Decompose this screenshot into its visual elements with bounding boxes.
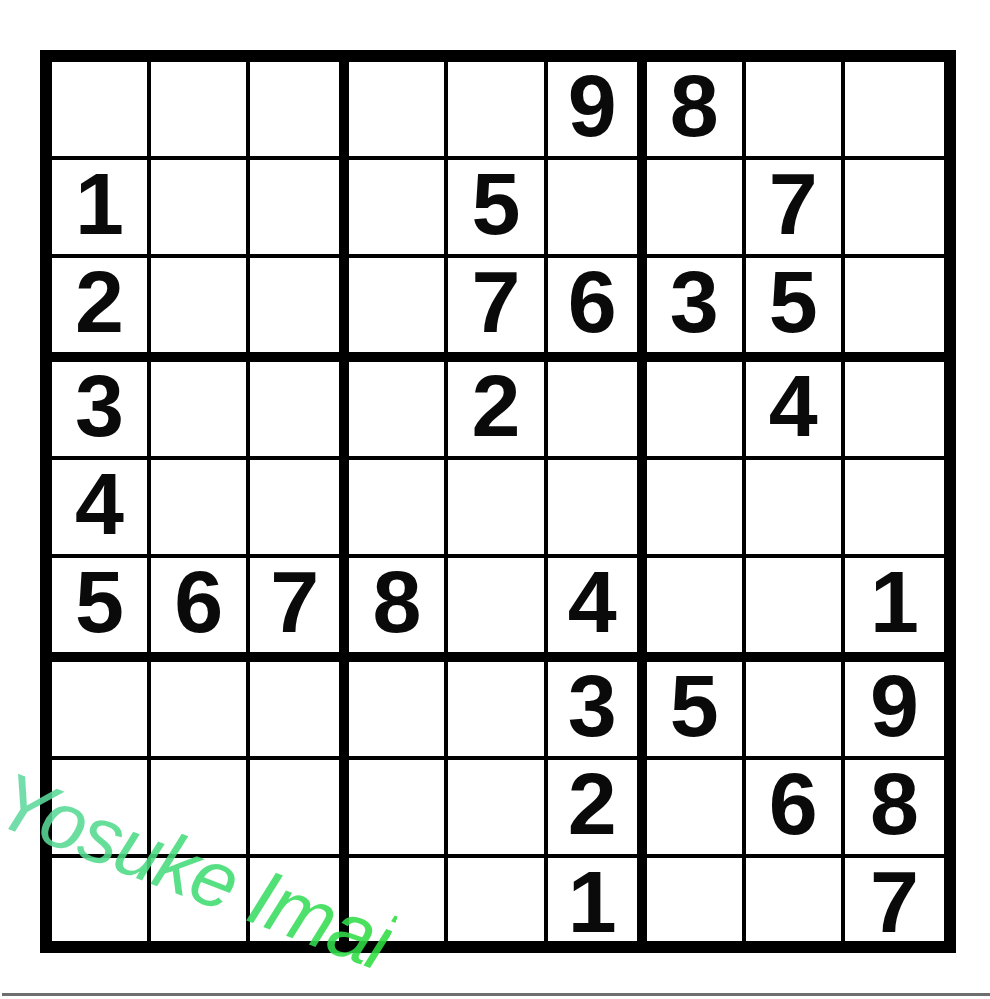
cell-r3c8[interactable]: 5 [746,258,845,362]
cell-r6c2[interactable]: 6 [151,558,250,662]
sudoku-board: 9815727635324456784135926817 [40,50,956,953]
cell-r5c8[interactable] [746,460,845,558]
cell-r7c6[interactable]: 3 [548,662,647,760]
cell-r7c3[interactable] [250,662,349,760]
cell-r9c8[interactable] [746,858,845,952]
cell-r6c5[interactable] [448,558,547,662]
cell-r4c8[interactable]: 4 [746,362,845,460]
cell-r2c5[interactable]: 5 [448,160,547,258]
cell-r1c1[interactable] [52,62,151,160]
cell-r6c8[interactable] [746,558,845,662]
cell-r1c9[interactable] [845,62,944,160]
cell-r9c9[interactable]: 7 [845,858,944,952]
cell-r3c1[interactable]: 2 [52,258,151,362]
cell-r5c5[interactable] [448,460,547,558]
cell-r4c3[interactable] [250,362,349,460]
cell-r9c4[interactable] [349,858,448,952]
cell-r5c9[interactable] [845,460,944,558]
cell-r4c7[interactable] [647,362,746,460]
bottom-edge-line [2,993,990,996]
cell-r8c8[interactable]: 6 [746,760,845,858]
cell-r7c9[interactable]: 9 [845,662,944,760]
cell-r9c7[interactable] [647,858,746,952]
cell-r4c4[interactable] [349,362,448,460]
cell-r6c9[interactable]: 1 [845,558,944,662]
cell-r3c7[interactable]: 3 [647,258,746,362]
cell-r6c4[interactable]: 8 [349,558,448,662]
sudoku-puzzle-image: 9815727635324456784135926817 Yosuke Imai [0,0,990,999]
cell-r3c2[interactable] [151,258,250,362]
cell-r6c6[interactable]: 4 [548,558,647,662]
cell-r1c3[interactable] [250,62,349,160]
cell-r4c5[interactable]: 2 [448,362,547,460]
cell-r2c9[interactable] [845,160,944,258]
cell-r9c6[interactable]: 1 [548,858,647,952]
cell-r2c7[interactable] [647,160,746,258]
cell-r3c4[interactable] [349,258,448,362]
cell-r8c7[interactable] [647,760,746,858]
cell-r9c3[interactable] [250,858,349,952]
cell-r5c7[interactable] [647,460,746,558]
cell-r8c9[interactable]: 8 [845,760,944,858]
cell-r3c3[interactable] [250,258,349,362]
cell-r2c6[interactable] [548,160,647,258]
cell-r9c1[interactable] [52,858,151,952]
cell-r2c3[interactable] [250,160,349,258]
cell-r5c2[interactable] [151,460,250,558]
cell-r6c1[interactable]: 5 [52,558,151,662]
cell-r8c1[interactable] [52,760,151,858]
cell-r7c7[interactable]: 5 [647,662,746,760]
cell-r5c1[interactable]: 4 [52,460,151,558]
cell-r9c2[interactable] [151,858,250,952]
cell-r2c1[interactable]: 1 [52,160,151,258]
cell-r8c4[interactable] [349,760,448,858]
cell-r4c1[interactable]: 3 [52,362,151,460]
cell-r5c3[interactable] [250,460,349,558]
cell-r7c1[interactable] [52,662,151,760]
cell-r7c2[interactable] [151,662,250,760]
cell-r8c6[interactable]: 2 [548,760,647,858]
cell-r3c9[interactable] [845,258,944,362]
cell-r5c6[interactable] [548,460,647,558]
cell-r4c6[interactable] [548,362,647,460]
cell-r2c8[interactable]: 7 [746,160,845,258]
cell-r5c4[interactable] [349,460,448,558]
cell-r1c2[interactable] [151,62,250,160]
cell-r3c5[interactable]: 7 [448,258,547,362]
cell-r4c9[interactable] [845,362,944,460]
cell-r7c4[interactable] [349,662,448,760]
cell-r1c6[interactable]: 9 [548,62,647,160]
cell-r6c3[interactable]: 7 [250,558,349,662]
cell-r8c2[interactable] [151,760,250,858]
cell-r2c2[interactable] [151,160,250,258]
cell-r8c3[interactable] [250,760,349,858]
cell-r4c2[interactable] [151,362,250,460]
cell-r7c8[interactable] [746,662,845,760]
cell-r1c5[interactable] [448,62,547,160]
cell-r2c4[interactable] [349,160,448,258]
cell-r3c6[interactable]: 6 [548,258,647,362]
cell-r1c7[interactable]: 8 [647,62,746,160]
cell-r1c4[interactable] [349,62,448,160]
cell-r9c5[interactable] [448,858,547,952]
cell-r6c7[interactable] [647,558,746,662]
cell-r1c8[interactable] [746,62,845,160]
cell-r8c5[interactable] [448,760,547,858]
cell-r7c5[interactable] [448,662,547,760]
